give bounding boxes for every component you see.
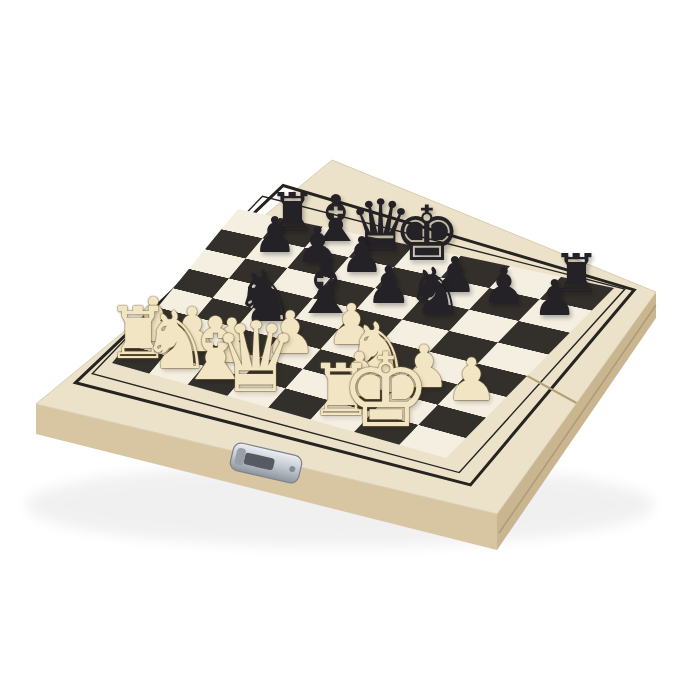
product-photo-chess-set: ♜♝♛♚♜♟♟♟♟♟♟♟♞♝♞♟♟♞♟♟♟♟♟♟♜♞♝♛♜♚ Overhead-… bbox=[0, 0, 700, 700]
